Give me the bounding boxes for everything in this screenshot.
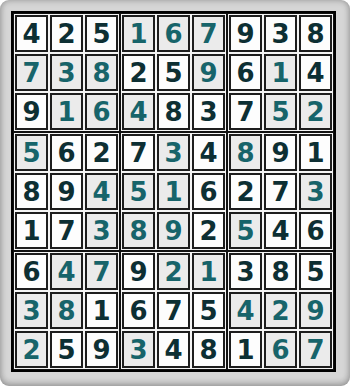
cell-r7c3[interactable]: 7	[85, 253, 118, 290]
cell-r2c4[interactable]: 2	[122, 54, 155, 91]
cell-r2c5[interactable]: 5	[157, 54, 190, 91]
cell-r5c3[interactable]: 4	[85, 173, 118, 210]
cell-r1c2[interactable]: 2	[50, 15, 83, 52]
cell-r6c5[interactable]: 9	[157, 212, 190, 249]
cell-r8c3[interactable]: 1	[85, 292, 118, 329]
cell-r7c2[interactable]: 4	[50, 253, 83, 290]
cell-r4c9[interactable]: 1	[299, 134, 332, 171]
cell-r1c5[interactable]: 6	[157, 15, 190, 52]
cell-r2c7[interactable]: 6	[229, 54, 262, 91]
cell-r6c8[interactable]: 4	[264, 212, 297, 249]
cell-r5c1[interactable]: 8	[15, 173, 48, 210]
sudoku-box-6: 891273546	[227, 132, 334, 251]
cell-r9c3[interactable]: 9	[85, 331, 118, 368]
cell-r6c1[interactable]: 1	[15, 212, 48, 249]
cell-r2c8[interactable]: 1	[264, 54, 297, 91]
cell-r1c1[interactable]: 4	[15, 15, 48, 52]
cell-r6c6[interactable]: 2	[192, 212, 225, 249]
cell-r6c9[interactable]: 6	[299, 212, 332, 249]
sudoku-board: 4257389161672594839386147525628941737345…	[11, 11, 336, 372]
cell-r5c7[interactable]: 2	[229, 173, 262, 210]
cell-r2c2[interactable]: 3	[50, 54, 83, 91]
cell-r7c4[interactable]: 9	[122, 253, 155, 290]
sudoku-box-9: 385429167	[227, 251, 334, 370]
cell-r2c3[interactable]: 8	[85, 54, 118, 91]
cell-r7c6[interactable]: 1	[192, 253, 225, 290]
cell-r5c4[interactable]: 5	[122, 173, 155, 210]
sudoku-box-2: 167259483	[120, 13, 227, 132]
cell-r1c7[interactable]: 9	[229, 15, 262, 52]
cell-r4c8[interactable]: 9	[264, 134, 297, 171]
cell-r4c4[interactable]: 7	[122, 134, 155, 171]
cell-r3c3[interactable]: 6	[85, 93, 118, 130]
cell-r5c6[interactable]: 6	[192, 173, 225, 210]
cell-r9c6[interactable]: 8	[192, 331, 225, 368]
cell-r5c9[interactable]: 3	[299, 173, 332, 210]
sudoku-box-5: 734516892	[120, 132, 227, 251]
cell-r6c3[interactable]: 3	[85, 212, 118, 249]
sudoku-box-7: 647381259	[13, 251, 120, 370]
cell-r3c2[interactable]: 1	[50, 93, 83, 130]
cell-r8c2[interactable]: 8	[50, 292, 83, 329]
cell-r9c5[interactable]: 4	[157, 331, 190, 368]
cell-r9c7[interactable]: 1	[229, 331, 262, 368]
cell-r3c6[interactable]: 3	[192, 93, 225, 130]
cell-r8c6[interactable]: 5	[192, 292, 225, 329]
cell-r8c7[interactable]: 4	[229, 292, 262, 329]
cell-r2c6[interactable]: 9	[192, 54, 225, 91]
cell-r5c8[interactable]: 7	[264, 173, 297, 210]
cell-r7c8[interactable]: 8	[264, 253, 297, 290]
cell-r3c1[interactable]: 9	[15, 93, 48, 130]
cell-r7c9[interactable]: 5	[299, 253, 332, 290]
cell-r9c2[interactable]: 5	[50, 331, 83, 368]
cell-r1c4[interactable]: 1	[122, 15, 155, 52]
cell-r8c9[interactable]: 9	[299, 292, 332, 329]
cell-r4c6[interactable]: 4	[192, 134, 225, 171]
cell-r8c8[interactable]: 2	[264, 292, 297, 329]
cell-r3c8[interactable]: 5	[264, 93, 297, 130]
page-background: 4257389161672594839386147525628941737345…	[0, 0, 350, 386]
cell-r7c5[interactable]: 2	[157, 253, 190, 290]
cell-r6c7[interactable]: 5	[229, 212, 262, 249]
cell-r3c7[interactable]: 7	[229, 93, 262, 130]
sudoku-box-4: 562894173	[13, 132, 120, 251]
cell-r1c9[interactable]: 8	[299, 15, 332, 52]
cell-r7c7[interactable]: 3	[229, 253, 262, 290]
sudoku-box-8: 921675348	[120, 251, 227, 370]
cell-r1c3[interactable]: 5	[85, 15, 118, 52]
cell-r4c1[interactable]: 5	[15, 134, 48, 171]
sudoku-box-1: 425738916	[13, 13, 120, 132]
cell-r9c8[interactable]: 6	[264, 331, 297, 368]
cell-r5c2[interactable]: 9	[50, 173, 83, 210]
cell-r4c7[interactable]: 8	[229, 134, 262, 171]
cell-r6c2[interactable]: 7	[50, 212, 83, 249]
sudoku-box-3: 938614752	[227, 13, 334, 132]
cell-r9c9[interactable]: 7	[299, 331, 332, 368]
cell-r4c3[interactable]: 2	[85, 134, 118, 171]
cell-r1c6[interactable]: 7	[192, 15, 225, 52]
cell-r7c1[interactable]: 6	[15, 253, 48, 290]
cell-r9c4[interactable]: 3	[122, 331, 155, 368]
cell-r8c4[interactable]: 6	[122, 292, 155, 329]
cell-r4c2[interactable]: 6	[50, 134, 83, 171]
cell-r8c1[interactable]: 3	[15, 292, 48, 329]
cell-r3c9[interactable]: 2	[299, 93, 332, 130]
cell-r3c5[interactable]: 8	[157, 93, 190, 130]
cell-r8c5[interactable]: 7	[157, 292, 190, 329]
cell-r3c4[interactable]: 4	[122, 93, 155, 130]
cell-r4c5[interactable]: 3	[157, 134, 190, 171]
cell-r2c1[interactable]: 7	[15, 54, 48, 91]
cell-r5c5[interactable]: 1	[157, 173, 190, 210]
cell-r9c1[interactable]: 2	[15, 331, 48, 368]
cell-r2c9[interactable]: 4	[299, 54, 332, 91]
cell-r6c4[interactable]: 8	[122, 212, 155, 249]
cell-r1c8[interactable]: 3	[264, 15, 297, 52]
